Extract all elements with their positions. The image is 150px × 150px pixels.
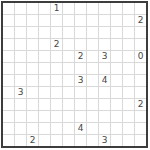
cell-r5c3[interactable] (39, 63, 50, 74)
cell-r7c8[interactable] (99, 87, 110, 98)
cell-r10c11[interactable] (135, 123, 146, 134)
cell-r8c0[interactable] (3, 99, 14, 110)
cell-r0c3[interactable] (39, 3, 50, 14)
cell-r10c8[interactable] (99, 123, 110, 134)
cell-r0c5[interactable] (63, 3, 74, 14)
cell-r9c11[interactable] (135, 111, 146, 122)
cell-r7c0[interactable] (3, 87, 14, 98)
cell-r4c2[interactable] (27, 51, 38, 62)
cell-r6c11[interactable] (135, 75, 146, 86)
cell-r9c7[interactable] (87, 111, 98, 122)
cell-r9c4[interactable] (51, 111, 62, 122)
cell-r0c10[interactable] (123, 3, 134, 14)
cell-r11c3[interactable] (39, 135, 50, 146)
cell-r2c1[interactable] (15, 27, 26, 38)
cell-r8c10[interactable] (123, 99, 134, 110)
cell-r1c8[interactable] (99, 15, 110, 26)
cell-r4c1[interactable] (15, 51, 26, 62)
cell-r5c11[interactable] (135, 63, 146, 74)
cell-r7c11[interactable] (135, 87, 146, 98)
cell-r2c9[interactable] (111, 27, 122, 38)
cell-r9c2[interactable] (27, 111, 38, 122)
cell-r11c6[interactable] (75, 135, 86, 146)
cell-r3c11[interactable] (135, 39, 146, 50)
cell-r2c4[interactable] (51, 27, 62, 38)
cell-r6c1[interactable] (15, 75, 26, 86)
cell-r7c4[interactable] (51, 87, 62, 98)
cell-r7c7[interactable] (87, 87, 98, 98)
cell-r5c9[interactable] (111, 63, 122, 74)
cell-r7c10[interactable] (123, 87, 134, 98)
cell-r4c10[interactable] (123, 51, 134, 62)
cell-r1c9[interactable] (111, 15, 122, 26)
cell-r8c1[interactable] (15, 99, 26, 110)
cell-r3c8[interactable] (99, 39, 110, 50)
cell-r11c0[interactable] (3, 135, 14, 146)
cell-r1c3[interactable] (39, 15, 50, 26)
cell-r5c1[interactable] (15, 63, 26, 74)
cell-r6c4[interactable] (51, 75, 62, 86)
cell-r2c11[interactable] (135, 27, 146, 38)
cell-r7c2[interactable] (27, 87, 38, 98)
cell-r11c7[interactable] (87, 135, 98, 146)
cell-r6c8-clue-4[interactable]: 4 (99, 75, 110, 86)
cell-r1c5[interactable] (63, 15, 74, 26)
cell-r2c3[interactable] (39, 27, 50, 38)
cell-r0c9[interactable] (111, 3, 122, 14)
cell-r4c11-clue-0[interactable]: 0 (135, 51, 146, 62)
cell-r6c0[interactable] (3, 75, 14, 86)
cell-r5c2[interactable] (27, 63, 38, 74)
cell-r0c2[interactable] (27, 3, 38, 14)
cell-r1c11-clue-2[interactable]: 2 (135, 15, 146, 26)
cell-r10c6-clue-4[interactable]: 4 (75, 123, 86, 134)
cell-r1c7[interactable] (87, 15, 98, 26)
cell-r3c7[interactable] (87, 39, 98, 50)
cell-r2c10[interactable] (123, 27, 134, 38)
cell-r7c3[interactable] (39, 87, 50, 98)
cell-r4c8-clue-3[interactable]: 3 (99, 51, 110, 62)
puzzle-page: 1222303432423 (0, 0, 150, 150)
cell-r9c1[interactable] (15, 111, 26, 122)
cell-r9c6[interactable] (75, 111, 86, 122)
cell-r8c9[interactable] (111, 99, 122, 110)
cell-r6c2[interactable] (27, 75, 38, 86)
cell-r7c9[interactable] (111, 87, 122, 98)
cell-r11c10[interactable] (123, 135, 134, 146)
cell-r4c6-clue-2[interactable]: 2 (75, 51, 86, 62)
cell-r9c9[interactable] (111, 111, 122, 122)
cell-r6c9[interactable] (111, 75, 122, 86)
cell-r4c0[interactable] (3, 51, 14, 62)
cell-r8c7[interactable] (87, 99, 98, 110)
cell-r11c9[interactable] (111, 135, 122, 146)
cell-r1c0[interactable] (3, 15, 14, 26)
cell-r4c5[interactable] (63, 51, 74, 62)
cell-r3c4-clue-2[interactable]: 2 (51, 39, 62, 50)
cell-r8c4[interactable] (51, 99, 62, 110)
cell-r7c1-clue-3[interactable]: 3 (15, 87, 26, 98)
cell-r1c4[interactable] (51, 15, 62, 26)
cell-r3c5[interactable] (63, 39, 74, 50)
cell-r2c6[interactable] (75, 27, 86, 38)
cell-r5c7[interactable] (87, 63, 98, 74)
cell-r11c2-clue-2[interactable]: 2 (27, 135, 38, 146)
cell-r6c3[interactable] (39, 75, 50, 86)
cell-r8c11-clue-2[interactable]: 2 (135, 99, 146, 110)
cell-r10c5[interactable] (63, 123, 74, 134)
cell-r10c10[interactable] (123, 123, 134, 134)
cell-r2c5[interactable] (63, 27, 74, 38)
cell-r3c0[interactable] (3, 39, 14, 50)
cell-r11c1[interactable] (15, 135, 26, 146)
cell-r3c9[interactable] (111, 39, 122, 50)
cell-r0c4-clue-1[interactable]: 1 (51, 3, 62, 14)
cell-r11c4[interactable] (51, 135, 62, 146)
cell-r2c8[interactable] (99, 27, 110, 38)
cell-r5c8[interactable] (99, 63, 110, 74)
cell-r4c9[interactable] (111, 51, 122, 62)
cell-r5c4[interactable] (51, 63, 62, 74)
cell-r2c7[interactable] (87, 27, 98, 38)
cell-r1c6[interactable] (75, 15, 86, 26)
cell-r0c8[interactable] (99, 3, 110, 14)
cell-r2c2[interactable] (27, 27, 38, 38)
cell-r10c4[interactable] (51, 123, 62, 134)
cell-r6c5[interactable] (63, 75, 74, 86)
cell-r10c7[interactable] (87, 123, 98, 134)
cell-r3c6[interactable] (75, 39, 86, 50)
cell-r10c9[interactable] (111, 123, 122, 134)
cell-r4c7[interactable] (87, 51, 98, 62)
cell-r8c8[interactable] (99, 99, 110, 110)
cell-r9c10[interactable] (123, 111, 134, 122)
cell-r9c8[interactable] (99, 111, 110, 122)
cell-r0c7[interactable] (87, 3, 98, 14)
cell-r6c10[interactable] (123, 75, 134, 86)
cell-r0c0[interactable] (3, 3, 14, 14)
cell-r3c3[interactable] (39, 39, 50, 50)
cell-r8c5[interactable] (63, 99, 74, 110)
cell-r4c4[interactable] (51, 51, 62, 62)
cell-r10c2[interactable] (27, 123, 38, 134)
puzzle-board: 1222303432423 (1, 1, 148, 148)
cell-r10c0[interactable] (3, 123, 14, 134)
cell-r3c1[interactable] (15, 39, 26, 50)
cell-r8c6[interactable] (75, 99, 86, 110)
cell-r9c0[interactable] (3, 111, 14, 122)
cell-r5c5[interactable] (63, 63, 74, 74)
cell-r6c6-clue-3[interactable]: 3 (75, 75, 86, 86)
cell-r5c10[interactable] (123, 63, 134, 74)
cell-r10c1[interactable] (15, 123, 26, 134)
cell-r8c2[interactable] (27, 99, 38, 110)
cell-r3c10[interactable] (123, 39, 134, 50)
cell-r5c6[interactable] (75, 63, 86, 74)
cell-r11c11[interactable] (135, 135, 146, 146)
cell-r1c2[interactable] (27, 15, 38, 26)
cell-r3c2[interactable] (27, 39, 38, 50)
cell-r7c6[interactable] (75, 87, 86, 98)
cell-r9c3[interactable] (39, 111, 50, 122)
cell-r7c5[interactable] (63, 87, 74, 98)
cell-r6c7[interactable] (87, 75, 98, 86)
cell-r11c8-clue-3[interactable]: 3 (99, 135, 110, 146)
cell-r10c3[interactable] (39, 123, 50, 134)
cell-r11c5[interactable] (63, 135, 74, 146)
cell-r0c1[interactable] (15, 3, 26, 14)
cell-r0c6[interactable] (75, 3, 86, 14)
cell-r8c3[interactable] (39, 99, 50, 110)
cell-r2c0[interactable] (3, 27, 14, 38)
cell-r5c0[interactable] (3, 63, 14, 74)
cell-r1c10[interactable] (123, 15, 134, 26)
cell-r0c11[interactable] (135, 3, 146, 14)
cell-r9c5[interactable] (63, 111, 74, 122)
cell-r1c1[interactable] (15, 15, 26, 26)
cell-r4c3[interactable] (39, 51, 50, 62)
